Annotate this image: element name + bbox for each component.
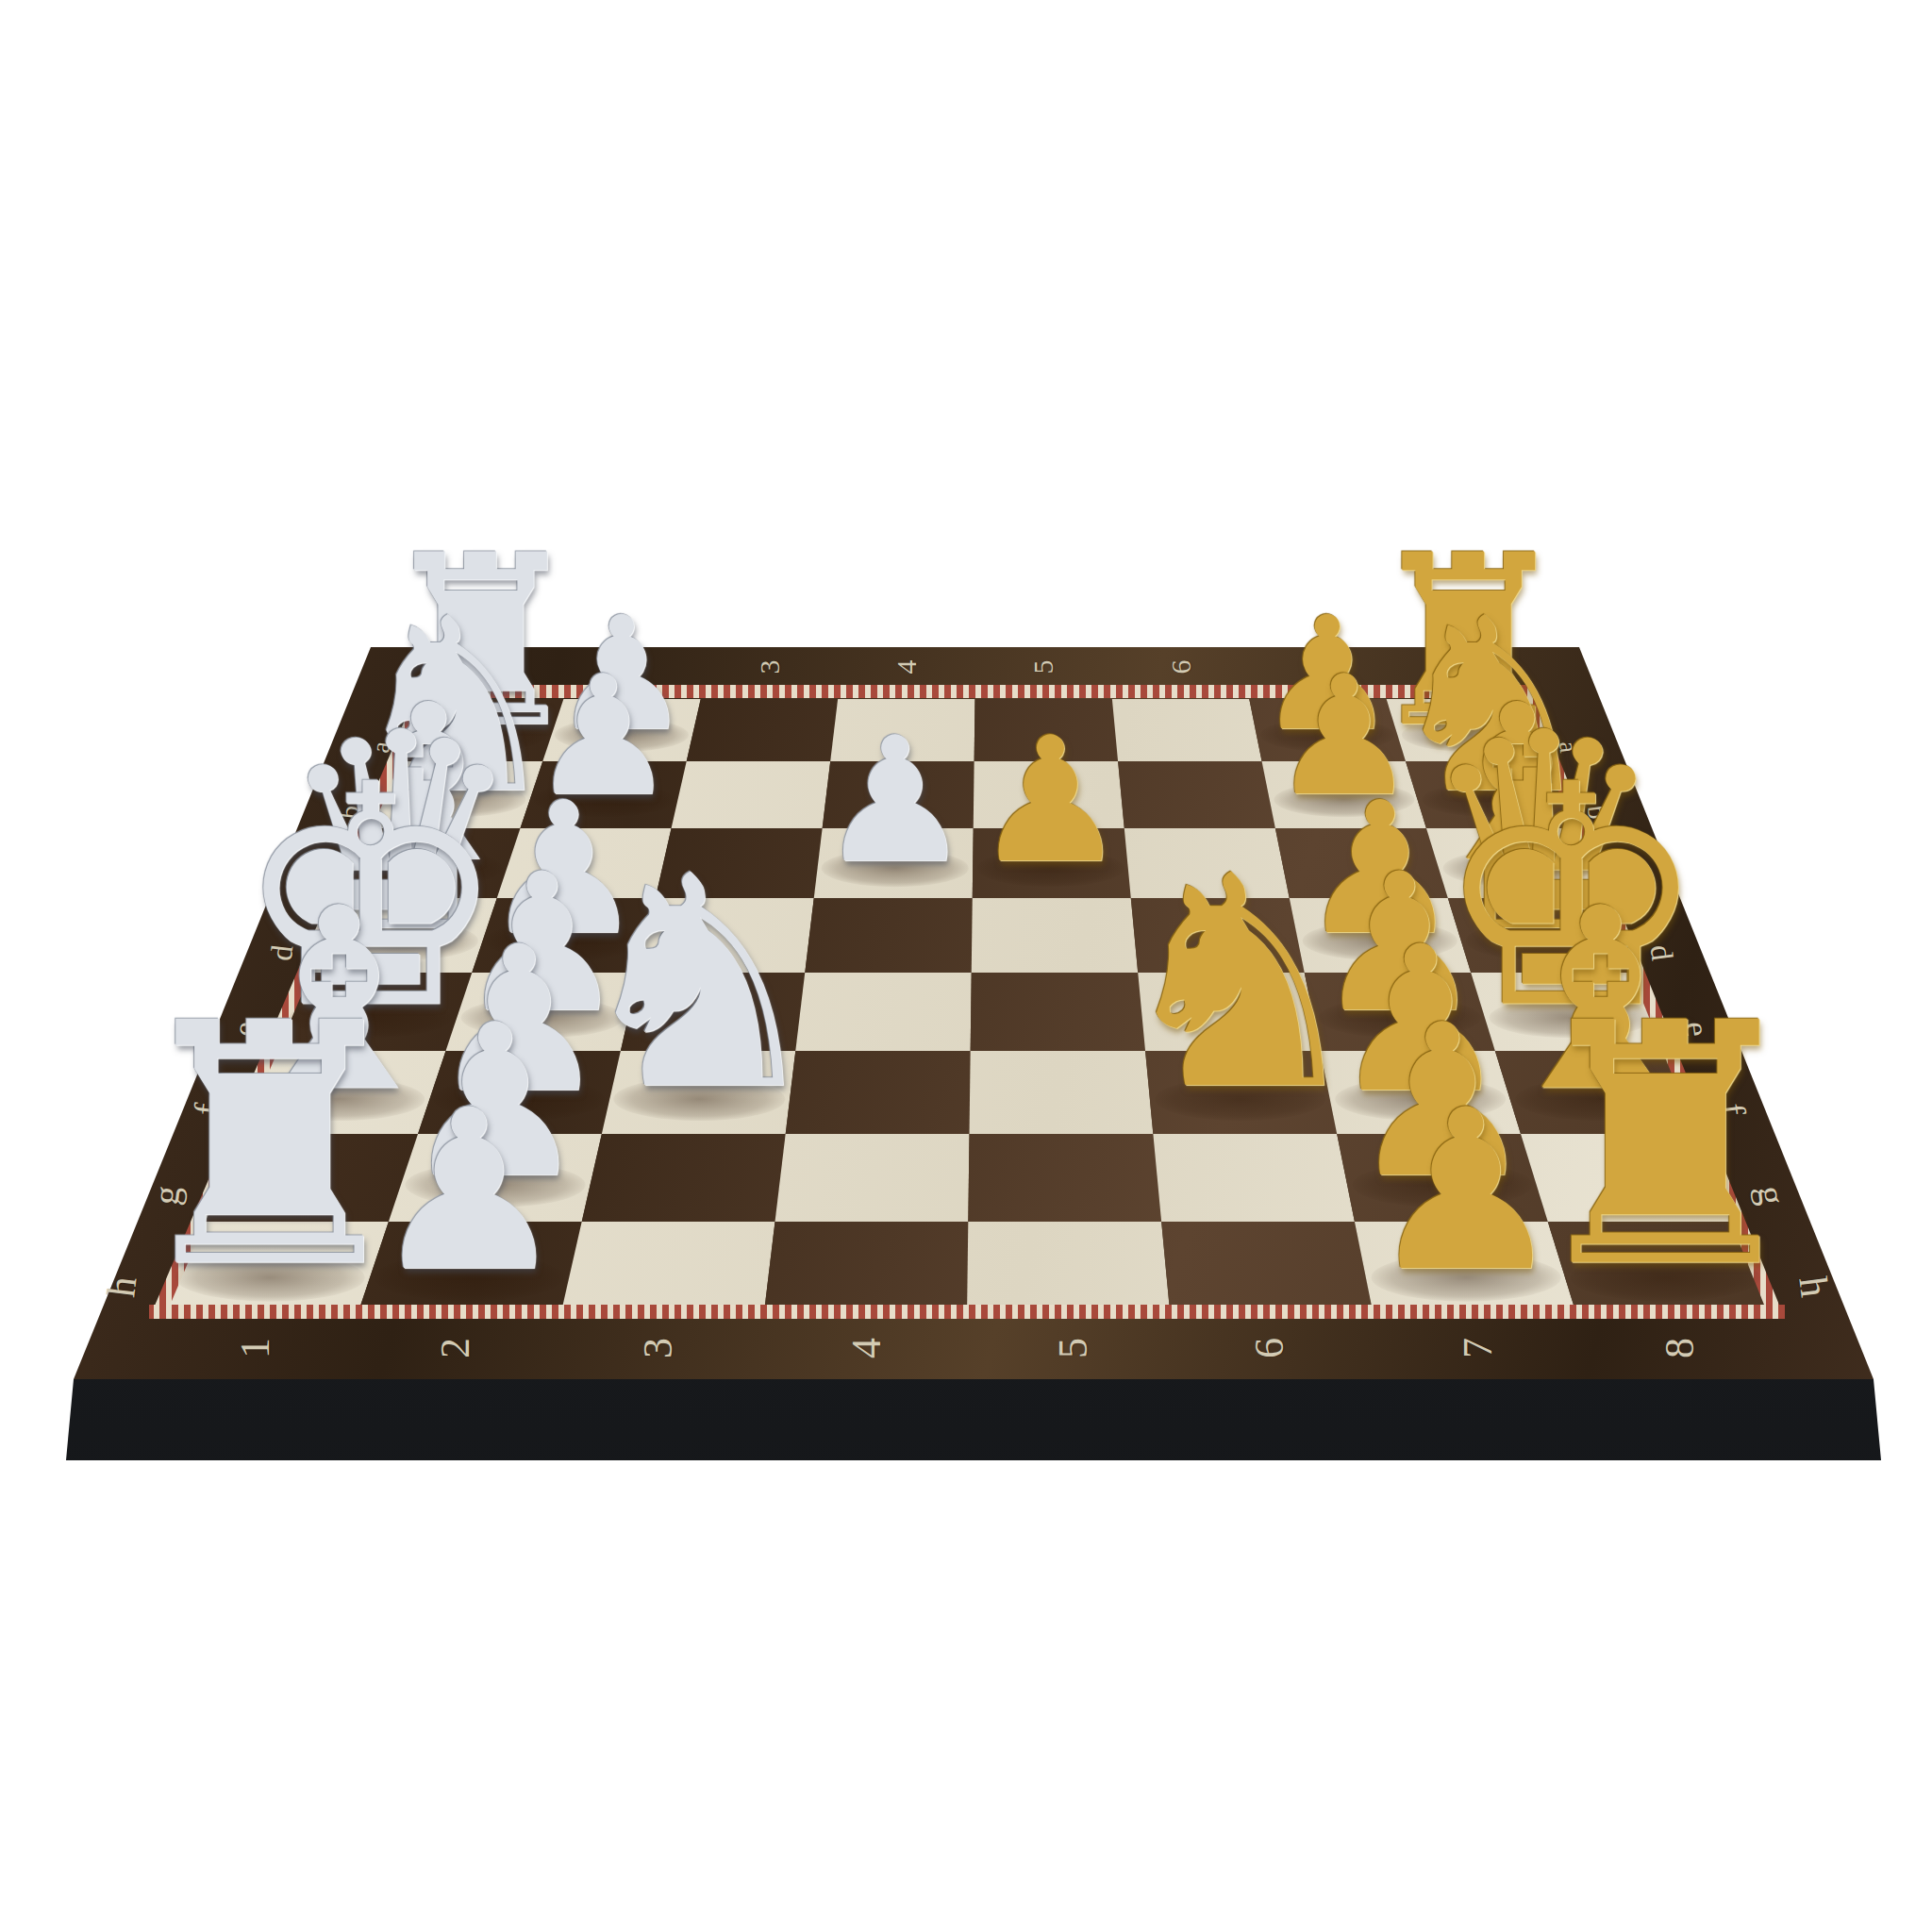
rank-label-near-1: 1: [231, 1338, 279, 1358]
rank-label-near-2: 2: [431, 1338, 479, 1358]
rank-label-near-3: 3: [634, 1338, 682, 1358]
piece-white-pawn-c4[interactable]: ♟: [818, 715, 973, 888]
rank-label-far-6: 6: [1165, 660, 1197, 675]
rank-label-near-6: 6: [1245, 1338, 1293, 1358]
rank-label-far-3: 3: [754, 660, 786, 675]
chess-set-photo: 1234567812345678aabbccddeeffgghh ♜♟♟♜♞♟♟…: [0, 0, 1932, 1932]
piece-black-knight-f6[interactable]: ♞: [1109, 838, 1372, 1130]
rank-label-near-7: 7: [1454, 1338, 1502, 1358]
rank-label-far-4: 4: [891, 660, 923, 675]
rank-label-near-8: 8: [1656, 1338, 1704, 1358]
piece-black-pawn-h7[interactable]: ♟: [1367, 1080, 1566, 1302]
rank-label-near-4: 4: [842, 1338, 891, 1358]
rank-label-far-5: 5: [1027, 660, 1059, 675]
rank-label-near-5: 5: [1049, 1338, 1097, 1358]
piece-white-rook-h1[interactable]: ♜: [120, 979, 418, 1312]
piece-black-pawn-c5[interactable]: ♟: [974, 715, 1128, 888]
